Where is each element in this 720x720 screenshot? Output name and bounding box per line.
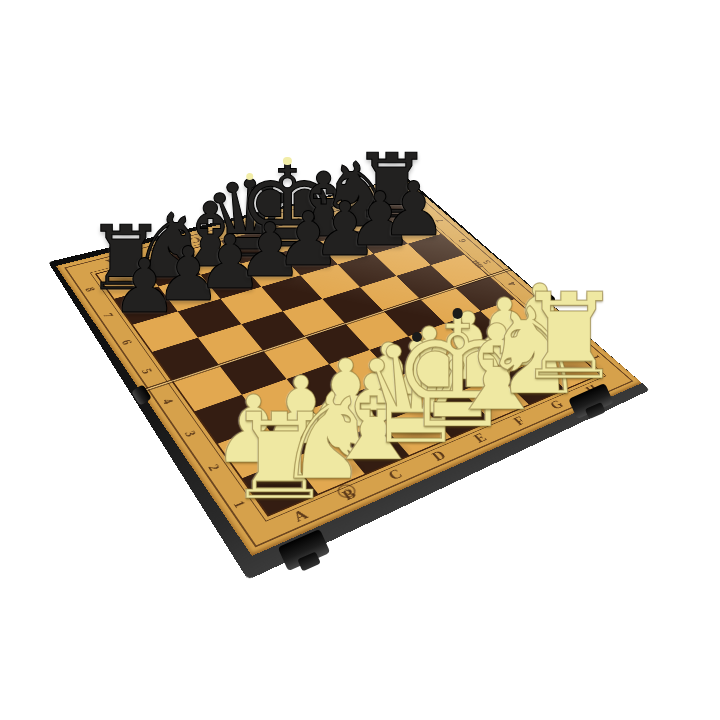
black-king-finial-icon <box>283 157 291 165</box>
black-queen-finial-icon <box>246 173 254 181</box>
chess-board: AABBCCDDEEFFGGHH8877665544332211 <box>56 178 642 556</box>
chess-set-photo: AABBCCDDEEFFGGHH8877665544332211 ♜♞♝♛♚♝♞… <box>0 0 720 720</box>
